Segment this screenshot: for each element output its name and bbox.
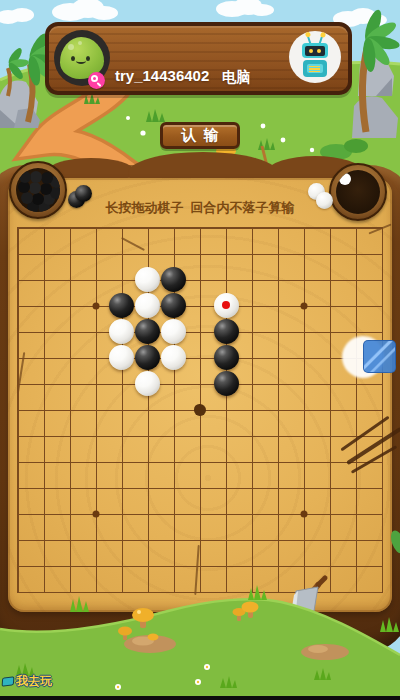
flowers-bottom — [115, 664, 210, 690]
board-cell[interactable] — [265, 240, 291, 266]
board-cell[interactable] — [56, 423, 82, 449]
board-cell[interactable] — [187, 449, 213, 475]
board-cell[interactable] — [30, 554, 56, 580]
board-cell[interactable] — [109, 449, 135, 475]
board-cell[interactable] — [56, 528, 82, 554]
board-cell[interactable] — [344, 266, 370, 292]
loose-white-stone[interactable] — [316, 192, 333, 209]
board-cell[interactable] — [56, 449, 82, 475]
board-cell[interactable] — [109, 554, 135, 580]
board-cell[interactable] — [82, 292, 108, 318]
rocks-left — [0, 81, 40, 128]
board-cell[interactable] — [82, 554, 108, 580]
board-cell[interactable] — [30, 580, 56, 606]
board-cell[interactable] — [161, 240, 187, 266]
board-cell[interactable] — [161, 292, 187, 318]
board-cell[interactable] — [82, 240, 108, 266]
board-cell[interactable] — [291, 345, 317, 371]
board-cell[interactable] — [213, 292, 239, 318]
board-cell[interactable] — [213, 554, 239, 580]
board-cell[interactable] — [239, 214, 265, 240]
board-cell[interactable] — [265, 319, 291, 345]
board-cell[interactable] — [187, 397, 213, 423]
board-cell[interactable] — [56, 397, 82, 423]
board-cell[interactable] — [318, 214, 344, 240]
robot-icon — [289, 31, 341, 83]
board-cell[interactable] — [291, 423, 317, 449]
board-cell[interactable] — [4, 397, 30, 423]
board-cell[interactable] — [291, 371, 317, 397]
board-cell[interactable] — [265, 449, 291, 475]
board-cell[interactable] — [4, 240, 30, 266]
loose-black-stone[interactable] — [75, 185, 92, 202]
game-screen: 长按拖动棋子 回合内不落子算输 try_14436402 电脑 — [0, 0, 400, 700]
board-cell[interactable] — [291, 580, 317, 606]
board-cell[interactable] — [239, 266, 265, 292]
board-cell[interactable] — [344, 240, 370, 266]
board-cell[interactable] — [318, 423, 344, 449]
board-cell[interactable] — [213, 371, 239, 397]
board-cell[interactable] — [187, 292, 213, 318]
palm-tree-right — [362, 8, 400, 132]
board-cell[interactable] — [82, 501, 108, 527]
board-cell[interactable] — [109, 475, 135, 501]
board-cell[interactable] — [344, 501, 370, 527]
board-cell[interactable] — [265, 501, 291, 527]
board-cell[interactable] — [109, 397, 135, 423]
board-cell[interactable] — [4, 423, 30, 449]
board-cell[interactable] — [82, 214, 108, 240]
board-cell[interactable] — [82, 449, 108, 475]
board-cell[interactable] — [4, 528, 30, 554]
black-stone[interactable] — [109, 293, 134, 318]
cloud — [216, 0, 274, 17]
board-cell[interactable] — [30, 371, 56, 397]
board-cell[interactable] — [135, 345, 161, 371]
board-cell[interactable] — [56, 240, 82, 266]
board-cell[interactable] — [4, 214, 30, 240]
board-cell[interactable] — [56, 266, 82, 292]
board-cell[interactable] — [318, 319, 344, 345]
board-cell[interactable] — [344, 528, 370, 554]
board-cell[interactable] — [239, 397, 265, 423]
board-cell[interactable] — [82, 475, 108, 501]
board-cell[interactable] — [161, 449, 187, 475]
board-cell[interactable] — [135, 266, 161, 292]
board-cell[interactable] — [4, 371, 30, 397]
board-cell[interactable] — [30, 449, 56, 475]
board-cell[interactable] — [109, 580, 135, 606]
board-cell[interactable] — [318, 580, 344, 606]
board-cell[interactable] — [4, 501, 30, 527]
board-cell[interactable] — [370, 528, 396, 554]
white-stone[interactable] — [135, 293, 160, 318]
board-cell[interactable] — [318, 475, 344, 501]
board-cell[interactable] — [187, 528, 213, 554]
board-cell[interactable] — [239, 528, 265, 554]
board-cell[interactable] — [109, 423, 135, 449]
board-cell[interactable] — [187, 319, 213, 345]
board-cell[interactable] — [239, 345, 265, 371]
cloud — [0, 8, 34, 24]
board-cell[interactable] — [291, 554, 317, 580]
board-cell[interactable] — [56, 554, 82, 580]
board-cell[interactable] — [135, 528, 161, 554]
board-cell[interactable] — [344, 475, 370, 501]
board-cell[interactable] — [109, 501, 135, 527]
board-cell[interactable] — [135, 397, 161, 423]
board-cell[interactable] — [135, 423, 161, 449]
board-cell[interactable] — [265, 214, 291, 240]
black-stone[interactable] — [161, 293, 186, 318]
board-cell[interactable] — [161, 214, 187, 240]
board-cell[interactable] — [213, 423, 239, 449]
board-cell[interactable] — [213, 501, 239, 527]
black-stone[interactable] — [135, 345, 160, 370]
board-cell[interactable] — [4, 475, 30, 501]
board-cell[interactable] — [318, 449, 344, 475]
board-cell[interactable] — [161, 554, 187, 580]
board-cell[interactable] — [109, 240, 135, 266]
board-cell[interactable] — [30, 475, 56, 501]
board-cell[interactable] — [109, 371, 135, 397]
board-cell[interactable] — [30, 528, 56, 554]
board-cell[interactable] — [213, 528, 239, 554]
board-cell[interactable] — [318, 240, 344, 266]
board-cell[interactable] — [213, 319, 239, 345]
board-cell[interactable] — [4, 319, 30, 345]
white-stone-bowl[interactable] — [329, 163, 387, 221]
board-cell[interactable] — [370, 266, 396, 292]
board-cell[interactable] — [187, 423, 213, 449]
board-cell[interactable] — [82, 528, 108, 554]
board-cell[interactable] — [291, 292, 317, 318]
board-cell[interactable] — [344, 580, 370, 606]
board-cell[interactable] — [239, 423, 265, 449]
board-cell[interactable] — [30, 266, 56, 292]
board-cell[interactable] — [213, 397, 239, 423]
board-cell[interactable] — [265, 345, 291, 371]
board-cell[interactable] — [135, 240, 161, 266]
board-cell[interactable] — [344, 554, 370, 580]
cloud — [52, 0, 118, 21]
player-name: try_14436402 — [115, 67, 209, 84]
board-cell[interactable] — [161, 345, 187, 371]
board-cell[interactable] — [291, 214, 317, 240]
board-cell[interactable] — [109, 528, 135, 554]
board-cell[interactable] — [187, 501, 213, 527]
board-cell[interactable] — [82, 580, 108, 606]
white-stone[interactable] — [135, 371, 160, 396]
board-cell[interactable] — [109, 266, 135, 292]
black-stone[interactable] — [214, 319, 239, 344]
board-cell[interactable] — [187, 580, 213, 606]
board-cell[interactable] — [291, 397, 317, 423]
board-cell[interactable] — [291, 266, 317, 292]
board-cell[interactable] — [265, 292, 291, 318]
board-cell[interactable] — [318, 345, 344, 371]
board-cell[interactable] — [82, 423, 108, 449]
board-cell[interactable] — [318, 528, 344, 554]
board-cell[interactable] — [30, 345, 56, 371]
board-cell[interactable] — [135, 449, 161, 475]
board-cell[interactable] — [187, 240, 213, 266]
board-cell[interactable] — [187, 371, 213, 397]
board-cell[interactable] — [239, 240, 265, 266]
board-cell[interactable] — [30, 319, 56, 345]
board-cell[interactable] — [318, 292, 344, 318]
board-cell[interactable] — [4, 554, 30, 580]
board-cell[interactable] — [239, 292, 265, 318]
board-cell[interactable] — [161, 580, 187, 606]
black-stone[interactable] — [135, 319, 160, 344]
white-stone[interactable] — [135, 267, 160, 292]
white-stone-last-move[interactable] — [214, 293, 239, 318]
black-stone-bowl[interactable] — [9, 161, 67, 219]
board-cell[interactable] — [213, 580, 239, 606]
match-header: try_14436402 电脑 — [45, 22, 352, 95]
board-cell[interactable] — [291, 240, 317, 266]
board-cell[interactable] — [82, 397, 108, 423]
board-cell[interactable] — [135, 319, 161, 345]
black-stone-pile — [19, 171, 31, 183]
board-cell[interactable] — [239, 580, 265, 606]
board-cell[interactable] — [161, 266, 187, 292]
board-cell[interactable] — [4, 449, 30, 475]
board-cell[interactable] — [161, 423, 187, 449]
resign-button-label: 认输 — [175, 126, 226, 145]
board-cell[interactable] — [4, 292, 30, 318]
board-cell[interactable] — [213, 449, 239, 475]
board-cell[interactable] — [213, 475, 239, 501]
board-cell[interactable] — [370, 292, 396, 318]
board-cell[interactable] — [213, 214, 239, 240]
board-cell[interactable] — [4, 266, 30, 292]
board-cell[interactable] — [213, 266, 239, 292]
board-cell[interactable] — [161, 397, 187, 423]
white-stone[interactable] — [109, 345, 134, 370]
white-stone-pile — [339, 173, 351, 185]
board-cell[interactable] — [56, 371, 82, 397]
board-cell[interactable] — [82, 266, 108, 292]
board-cell[interactable] — [135, 214, 161, 240]
board-cell[interactable] — [4, 345, 30, 371]
black-stone[interactable] — [214, 371, 239, 396]
board-cell[interactable] — [318, 501, 344, 527]
board-cell[interactable] — [30, 240, 56, 266]
board-cell[interactable] — [265, 554, 291, 580]
board-cell[interactable] — [135, 371, 161, 397]
board-cell[interactable] — [239, 371, 265, 397]
board-cell[interactable] — [344, 397, 370, 423]
black-stone[interactable] — [161, 267, 186, 292]
board-cell[interactable] — [213, 240, 239, 266]
board-cell[interactable] — [161, 371, 187, 397]
logo-icon — [2, 676, 15, 687]
board-cell[interactable] — [265, 371, 291, 397]
board-cell[interactable] — [187, 266, 213, 292]
board-cell[interactable] — [291, 501, 317, 527]
board-cell[interactable] — [161, 319, 187, 345]
board-cell[interactable] — [30, 397, 56, 423]
board-cell[interactable] — [318, 371, 344, 397]
board-cell[interactable] — [265, 475, 291, 501]
board-cell[interactable] — [213, 345, 239, 371]
board-cell[interactable] — [265, 580, 291, 606]
board-cell[interactable] — [135, 554, 161, 580]
board-cell[interactable] — [135, 475, 161, 501]
board-cell[interactable] — [370, 580, 396, 606]
board-cell[interactable] — [187, 345, 213, 371]
board-cell[interactable] — [370, 240, 396, 266]
logo-text: 我去玩 — [16, 673, 52, 690]
board-cell[interactable] — [109, 345, 135, 371]
board-cell[interactable] — [56, 475, 82, 501]
white-stone[interactable] — [109, 319, 134, 344]
board-cell[interactable] — [370, 475, 396, 501]
board-cell[interactable] — [239, 475, 265, 501]
board-cell[interactable] — [161, 501, 187, 527]
board-cell[interactable] — [109, 292, 135, 318]
magnifier-badge-icon[interactable] — [88, 72, 105, 89]
board-cell[interactable] — [187, 475, 213, 501]
board-cell[interactable] — [161, 475, 187, 501]
board-cell[interactable] — [239, 319, 265, 345]
board-cell[interactable] — [318, 397, 344, 423]
board-cell[interactable] — [135, 580, 161, 606]
board-cell[interactable] — [370, 214, 396, 240]
white-stone[interactable] — [161, 345, 186, 370]
board-cell[interactable] — [239, 501, 265, 527]
board-cell[interactable] — [56, 292, 82, 318]
board-cells — [4, 214, 396, 606]
black-stone[interactable] — [214, 345, 239, 370]
board-cell[interactable] — [265, 528, 291, 554]
board-cell[interactable] — [56, 501, 82, 527]
board-cell[interactable] — [30, 423, 56, 449]
board-cell[interactable] — [4, 580, 30, 606]
wqw-logo: 我去玩 — [2, 673, 52, 690]
board-cell[interactable] — [318, 554, 344, 580]
board-cell[interactable] — [109, 214, 135, 240]
bowl-interior — [16, 168, 60, 212]
board-cell[interactable] — [370, 554, 396, 580]
board-cell[interactable] — [318, 266, 344, 292]
board-cell[interactable] — [344, 292, 370, 318]
white-stone[interactable] — [161, 319, 186, 344]
board-cell[interactable] — [109, 319, 135, 345]
board-cell[interactable] — [370, 501, 396, 527]
rocks-right — [352, 54, 398, 138]
board-cell[interactable] — [239, 554, 265, 580]
opponent-avatar — [289, 31, 341, 83]
board-cell[interactable] — [291, 528, 317, 554]
board-cell[interactable] — [265, 397, 291, 423]
opponent-name: 电脑 — [222, 69, 250, 87]
board-cell[interactable] — [187, 554, 213, 580]
board-cell[interactable] — [82, 319, 108, 345]
board-cell[interactable] — [30, 501, 56, 527]
board-cell[interactable] — [291, 475, 317, 501]
resign-button[interactable]: 认输 — [160, 122, 240, 149]
board-cell[interactable] — [30, 292, 56, 318]
board-cell[interactable] — [187, 214, 213, 240]
drag-hint-marker[interactable] — [363, 340, 396, 373]
board-cell[interactable] — [291, 319, 317, 345]
board-cell[interactable] — [56, 319, 82, 345]
board-cell[interactable] — [135, 292, 161, 318]
board-cell[interactable] — [265, 266, 291, 292]
board-cell[interactable] — [135, 501, 161, 527]
board-cell[interactable] — [56, 345, 82, 371]
board-cell[interactable] — [265, 423, 291, 449]
board-cell[interactable] — [56, 214, 82, 240]
board-cell[interactable] — [56, 580, 82, 606]
bowl-interior — [336, 170, 380, 214]
board-cell[interactable] — [161, 528, 187, 554]
board-cell[interactable] — [82, 371, 108, 397]
bottom-bar — [0, 696, 400, 700]
board-cell[interactable] — [291, 449, 317, 475]
board-cell[interactable] — [82, 345, 108, 371]
board-cell[interactable] — [239, 449, 265, 475]
